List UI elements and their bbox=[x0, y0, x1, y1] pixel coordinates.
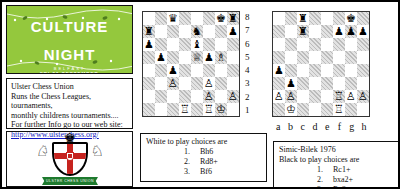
square-h2: ♙ bbox=[227, 90, 239, 103]
white-king-piece: ♔ bbox=[285, 103, 297, 116]
square-f5 bbox=[333, 51, 345, 64]
white-pawn-piece: ♙ bbox=[273, 90, 285, 103]
square-g8: ♚ bbox=[345, 12, 357, 25]
square-f1: ♖ bbox=[203, 103, 215, 116]
square-d8 bbox=[179, 12, 191, 25]
white-pawn-piece: ♙ bbox=[227, 90, 239, 103]
choice-number: 2. bbox=[317, 175, 333, 185]
black-pawn-piece: ♟ bbox=[227, 25, 239, 38]
file-label-c: c bbox=[297, 121, 309, 133]
square-h3 bbox=[357, 77, 369, 90]
white-knight-icon: ♘ bbox=[36, 142, 49, 160]
white-pawn-piece: ♙ bbox=[203, 77, 215, 90]
file-label-a: a bbox=[272, 121, 284, 133]
square-g7: ♟ bbox=[345, 25, 357, 38]
rank-label-3: 3 bbox=[245, 77, 257, 90]
square-a8 bbox=[143, 12, 155, 25]
puzzle-prompt: White to play choices are bbox=[146, 137, 261, 147]
choice-number: 1. bbox=[184, 147, 200, 157]
square-b6 bbox=[285, 38, 297, 51]
square-d6 bbox=[309, 38, 321, 51]
poster-title-line2: NIGHT bbox=[7, 48, 132, 62]
square-e5: ♕ bbox=[191, 51, 203, 64]
file-labels: abcdefgh bbox=[272, 121, 370, 133]
rank-label-8: 8 bbox=[245, 11, 257, 24]
culture-night-poster: CULTURE NIGHT BELFAST FRI 20 SEPTEMBER bbox=[6, 5, 133, 74]
black-knight-piece: ♞ bbox=[191, 25, 203, 38]
square-f6 bbox=[333, 38, 345, 51]
square-e4 bbox=[191, 64, 203, 77]
square-h8: ♜ bbox=[227, 12, 239, 25]
square-e7 bbox=[321, 25, 333, 38]
black-rook-piece: ♜ bbox=[227, 12, 239, 25]
choice-move: bxa2+ bbox=[333, 175, 353, 185]
square-a7: ♜ bbox=[143, 25, 155, 38]
square-h4 bbox=[227, 64, 239, 77]
square-h2: ♙ bbox=[357, 90, 369, 103]
poster-date: FRI 20 SEPTEMBER bbox=[7, 72, 132, 74]
black-pawn-piece: ♟ bbox=[333, 25, 345, 38]
crest-box: ♚ ♘ ♘ ULSTER CHESS UNION bbox=[6, 131, 133, 187]
square-g3 bbox=[345, 77, 357, 90]
square-h1 bbox=[357, 103, 369, 116]
square-b4 bbox=[155, 64, 167, 77]
file-label-d: d bbox=[309, 121, 321, 133]
square-c6 bbox=[167, 38, 179, 51]
black-pawn-piece: ♟ bbox=[345, 25, 357, 38]
square-g2 bbox=[215, 90, 227, 103]
square-a6 bbox=[273, 38, 285, 51]
choice-move: Rc2 bbox=[333, 185, 346, 189]
rank-label-1: 1 bbox=[245, 104, 257, 117]
black-bishop-piece: ♝ bbox=[191, 38, 203, 51]
square-e4 bbox=[321, 64, 333, 77]
white-knight-icon: ♘ bbox=[91, 142, 104, 160]
square-f4 bbox=[203, 64, 215, 77]
square-b1: ♔ bbox=[285, 103, 297, 116]
square-e2 bbox=[191, 90, 203, 103]
square-a6: ♟ bbox=[143, 38, 155, 51]
square-f8 bbox=[333, 12, 345, 25]
square-e8 bbox=[321, 12, 333, 25]
white-pawn-piece: ♙ bbox=[285, 90, 297, 103]
square-c5 bbox=[167, 51, 179, 64]
white-bishop-piece: ♗ bbox=[215, 51, 227, 64]
choice-row: 3.Rc2 bbox=[279, 185, 394, 189]
square-g1: ♔ bbox=[215, 103, 227, 116]
info-line-1: Runs the Chess Leagues, tournaments, bbox=[11, 92, 128, 111]
square-b5: ♟ bbox=[155, 51, 167, 64]
square-g6 bbox=[345, 38, 357, 51]
square-c8: ♜ bbox=[297, 12, 309, 25]
square-b2 bbox=[155, 90, 167, 103]
square-b5 bbox=[285, 51, 297, 64]
square-d6 bbox=[179, 38, 191, 51]
file-label-b: b bbox=[284, 121, 296, 133]
square-e3 bbox=[191, 77, 203, 90]
right-chess-board: ♜♚♜♟♟♟♟♟♙♙♖♙♙♔♖ bbox=[272, 11, 370, 117]
black-pawn-piece: ♟ bbox=[155, 51, 167, 64]
file-label-e: e bbox=[321, 121, 333, 133]
square-b8 bbox=[155, 12, 167, 25]
info-title: Ulster Chess Union bbox=[11, 82, 128, 92]
square-g6 bbox=[215, 38, 227, 51]
square-h7: ♟ bbox=[357, 25, 369, 38]
square-d1: ♖ bbox=[179, 103, 191, 116]
square-a5 bbox=[273, 51, 285, 64]
square-g5: ♗ bbox=[215, 51, 227, 64]
square-g3 bbox=[215, 77, 227, 90]
square-f3: ♙ bbox=[203, 77, 215, 90]
square-c3: ♙ bbox=[167, 77, 179, 90]
choice-row: 2.bxa2+ bbox=[279, 175, 394, 185]
rank-label-6: 6 bbox=[245, 38, 257, 51]
black-rook-piece: ♜ bbox=[143, 25, 155, 38]
white-king-piece: ♔ bbox=[215, 103, 227, 116]
left-chess-board: ♛♚♜♜♞♟♟♝♟♕♟♗♟♙♙♙♙♖♖♔ bbox=[142, 11, 240, 117]
square-f8 bbox=[203, 12, 215, 25]
square-f4 bbox=[333, 64, 345, 77]
black-to-play-puzzle-box: Simic-Bilek 1976 Black to play choices a… bbox=[273, 141, 400, 188]
square-d4 bbox=[179, 64, 191, 77]
white-pawn-piece: ♙ bbox=[203, 90, 215, 103]
black-rook-piece: ♜ bbox=[297, 25, 309, 38]
square-c4: ♟ bbox=[167, 64, 179, 77]
square-g5 bbox=[345, 51, 357, 64]
square-h6 bbox=[227, 38, 239, 51]
choice-number: 3. bbox=[317, 185, 333, 189]
choice-list: 1.Rc1+2.bxa2+3.Rc2 bbox=[279, 165, 394, 189]
square-a1 bbox=[143, 103, 155, 116]
ulster-chess-union-info-box: Ulster Chess Union Runs the Chess League… bbox=[6, 78, 133, 129]
square-c2 bbox=[297, 90, 309, 103]
square-h1 bbox=[227, 103, 239, 116]
square-c7 bbox=[167, 25, 179, 38]
choice-row: 3.Bf6 bbox=[146, 167, 261, 177]
choice-number: 1. bbox=[317, 165, 333, 175]
choice-move: Bh6 bbox=[200, 147, 213, 157]
square-c7: ♜ bbox=[297, 25, 309, 38]
square-e8 bbox=[191, 12, 203, 25]
choice-number: 3. bbox=[184, 167, 200, 177]
square-e7: ♞ bbox=[191, 25, 203, 38]
square-a3 bbox=[143, 77, 155, 90]
white-rook-piece: ♖ bbox=[179, 103, 191, 116]
square-d4 bbox=[309, 64, 321, 77]
info-line-2: monthly childrens tournaments.... bbox=[11, 111, 128, 121]
square-f2: ♙ bbox=[203, 90, 215, 103]
file-label-f: f bbox=[333, 121, 345, 133]
choice-move: Bf6 bbox=[200, 167, 212, 177]
white-rook-piece: ♖ bbox=[203, 103, 215, 116]
square-d5 bbox=[309, 51, 321, 64]
puzzle-prompt: Black to play choices are bbox=[279, 155, 394, 165]
square-e2 bbox=[321, 90, 333, 103]
square-d8 bbox=[309, 12, 321, 25]
square-a8 bbox=[273, 12, 285, 25]
square-c1 bbox=[297, 103, 309, 116]
square-h8 bbox=[357, 12, 369, 25]
square-d7 bbox=[179, 25, 191, 38]
white-pawn-piece: ♙ bbox=[357, 90, 369, 103]
square-c2 bbox=[167, 90, 179, 103]
white-queen-piece: ♕ bbox=[191, 51, 203, 64]
square-h5 bbox=[357, 51, 369, 64]
square-b7 bbox=[155, 25, 167, 38]
square-e3 bbox=[321, 77, 333, 90]
black-pawn-piece: ♟ bbox=[203, 51, 215, 64]
rank-label-5: 5 bbox=[245, 51, 257, 64]
crest-shield bbox=[52, 142, 88, 176]
square-h3 bbox=[227, 77, 239, 90]
newsletter-page: CULTURE NIGHT BELFAST FRI 20 SEPTEMBER U… bbox=[0, 0, 400, 189]
square-c5 bbox=[297, 51, 309, 64]
string-lights-decoration bbox=[7, 6, 133, 74]
square-c3 bbox=[297, 77, 309, 90]
square-c4 bbox=[297, 64, 309, 77]
square-b2: ♙ bbox=[285, 90, 297, 103]
black-king-piece: ♚ bbox=[345, 12, 357, 25]
square-d2 bbox=[309, 90, 321, 103]
square-a7 bbox=[273, 25, 285, 38]
white-rook-piece: ♖ bbox=[333, 90, 345, 103]
square-a5 bbox=[143, 51, 155, 64]
square-g1 bbox=[345, 103, 357, 116]
square-h4 bbox=[357, 64, 369, 77]
choice-list: 1.Bh62.Rd8+3.Bf6 bbox=[146, 147, 261, 177]
square-g4 bbox=[215, 64, 227, 77]
square-a4 bbox=[143, 64, 155, 77]
choice-move: Rc1+ bbox=[333, 165, 350, 175]
black-pawn-piece: ♟ bbox=[285, 77, 297, 90]
square-b6 bbox=[155, 38, 167, 51]
square-h7: ♟ bbox=[227, 25, 239, 38]
square-g4 bbox=[345, 64, 357, 77]
crest-ribbon: ULSTER CHESS UNION bbox=[42, 177, 98, 185]
square-a1 bbox=[273, 103, 285, 116]
rank-labels: 87654321 bbox=[245, 11, 257, 117]
white-to-play-puzzle-box: White to play choices are 1.Bh62.Rd8+3.B… bbox=[140, 133, 267, 182]
square-f6 bbox=[203, 38, 215, 51]
file-label-h: h bbox=[358, 121, 370, 133]
square-a2 bbox=[143, 90, 155, 103]
square-b3: ♟ bbox=[285, 77, 297, 90]
square-d3 bbox=[179, 77, 191, 90]
square-a2: ♙ bbox=[273, 90, 285, 103]
square-h6 bbox=[357, 38, 369, 51]
square-e1 bbox=[321, 103, 333, 116]
square-b7 bbox=[285, 25, 297, 38]
choice-number: 2. bbox=[184, 157, 200, 167]
square-e6: ♝ bbox=[191, 38, 203, 51]
square-b8 bbox=[285, 12, 297, 25]
center-emblem bbox=[66, 152, 74, 161]
square-a3 bbox=[273, 77, 285, 90]
square-d3 bbox=[309, 77, 321, 90]
square-d1 bbox=[309, 103, 321, 116]
poster-title-line1: CULTURE bbox=[7, 20, 132, 34]
black-rook-piece: ♜ bbox=[297, 12, 309, 25]
choice-row: 1.Rc1+ bbox=[279, 165, 394, 175]
square-g7 bbox=[215, 25, 227, 38]
square-b3 bbox=[155, 77, 167, 90]
rank-label-7: 7 bbox=[245, 24, 257, 37]
square-c1 bbox=[167, 103, 179, 116]
square-d2 bbox=[179, 90, 191, 103]
game-title: Simic-Bilek 1976 bbox=[279, 145, 394, 155]
file-label-g: g bbox=[346, 121, 358, 133]
rank-label-2: 2 bbox=[245, 91, 257, 104]
square-f1: ♖ bbox=[333, 103, 345, 116]
square-f7: ♟ bbox=[333, 25, 345, 38]
square-a4: ♟ bbox=[273, 64, 285, 77]
black-pawn-piece: ♟ bbox=[143, 38, 155, 51]
ulster-chess-union-crest: ♚ ♘ ♘ ULSTER CHESS UNION bbox=[40, 133, 100, 187]
choice-row: 2.Rd8+ bbox=[146, 157, 261, 167]
black-queen-piece: ♛ bbox=[167, 12, 179, 25]
rank-label-4: 4 bbox=[245, 64, 257, 77]
square-c6 bbox=[297, 38, 309, 51]
square-d7 bbox=[309, 25, 321, 38]
square-b1 bbox=[155, 103, 167, 116]
white-rook-piece: ♖ bbox=[333, 103, 345, 116]
black-pawn-piece: ♟ bbox=[357, 25, 369, 38]
black-pawn-piece: ♟ bbox=[273, 64, 285, 77]
square-g2: ♙ bbox=[345, 90, 357, 103]
black-king-piece: ♚ bbox=[215, 12, 227, 25]
square-g8: ♚ bbox=[215, 12, 227, 25]
black-pawn-piece: ♟ bbox=[167, 64, 179, 77]
square-f5: ♟ bbox=[203, 51, 215, 64]
choice-move: Rd8+ bbox=[200, 157, 218, 167]
square-d5 bbox=[179, 51, 191, 64]
white-pawn-piece: ♙ bbox=[167, 77, 179, 90]
square-e1 bbox=[191, 103, 203, 116]
square-e6 bbox=[321, 38, 333, 51]
square-f7 bbox=[203, 25, 215, 38]
white-pawn-piece: ♙ bbox=[345, 90, 357, 103]
square-f3 bbox=[333, 77, 345, 90]
info-line-3: For further Info go to our web site: bbox=[11, 120, 128, 130]
square-e5 bbox=[321, 51, 333, 64]
poster-subtitle: BELFAST bbox=[7, 66, 132, 71]
square-f2: ♖ bbox=[333, 90, 345, 103]
square-b4 bbox=[285, 64, 297, 77]
square-c8: ♛ bbox=[167, 12, 179, 25]
choice-row: 1.Bh6 bbox=[146, 147, 261, 157]
square-h5 bbox=[227, 51, 239, 64]
